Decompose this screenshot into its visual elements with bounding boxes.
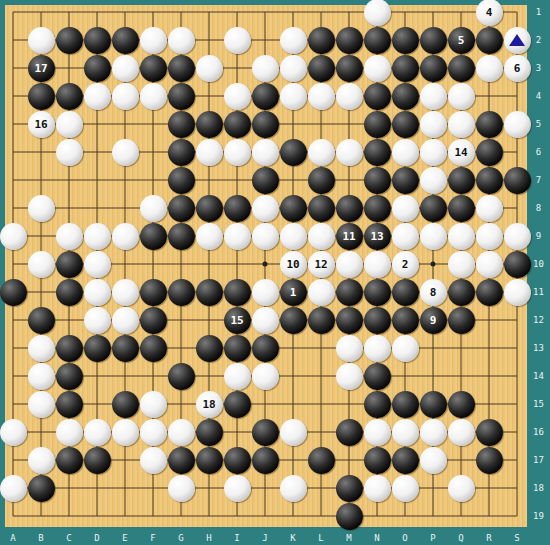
stone-K3 [280, 55, 307, 82]
move-number-label: 17 [34, 63, 47, 74]
row-label-7: 7 [528, 175, 549, 185]
column-label-I: I [227, 533, 247, 543]
stone-I13 [224, 335, 251, 362]
stone-N16 [364, 419, 391, 446]
column-label-C: C [59, 533, 79, 543]
stone-I18 [224, 475, 251, 502]
stone-K4 [280, 83, 307, 110]
stone-C16 [56, 419, 83, 446]
row-label-15: 15 [528, 399, 549, 409]
column-label-J: J [255, 533, 275, 543]
stone-K9 [280, 223, 307, 250]
column-label-N: N [367, 533, 387, 543]
row-label-2: 2 [528, 35, 549, 45]
stone-N14 [364, 363, 391, 390]
stone-F4 [140, 83, 167, 110]
stone-C6 [56, 139, 83, 166]
stone-F17 [140, 447, 167, 474]
stone-O2 [392, 27, 419, 54]
column-label-E: E [115, 533, 135, 543]
stone-B18 [28, 475, 55, 502]
row-label-9: 9 [528, 231, 549, 241]
stone-C2 [56, 27, 83, 54]
stone-F13 [140, 335, 167, 362]
move-number-label: 9 [430, 315, 437, 326]
stone-E13 [112, 335, 139, 362]
stone-N1 [364, 0, 391, 26]
stone-I6 [224, 139, 251, 166]
stone-M19 [336, 503, 363, 530]
column-label-H: H [199, 533, 219, 543]
stone-F3 [140, 55, 167, 82]
stone-O3 [392, 55, 419, 82]
stone-L6 [308, 139, 335, 166]
stone-G6 [168, 139, 195, 166]
stone-B5: 16 [28, 111, 55, 138]
stone-Q3 [448, 55, 475, 82]
stone-B4 [28, 83, 55, 110]
stone-N6 [364, 139, 391, 166]
stone-O6 [392, 139, 419, 166]
move-number-label: 13 [370, 231, 383, 242]
stone-O8 [392, 195, 419, 222]
stone-Q6: 14 [448, 139, 475, 166]
stone-H3 [196, 55, 223, 82]
stone-N17 [364, 447, 391, 474]
stone-G9 [168, 223, 195, 250]
stone-F2 [140, 27, 167, 54]
stone-G4 [168, 83, 195, 110]
column-label-R: R [479, 533, 499, 543]
row-label-12: 12 [528, 315, 549, 325]
stone-R7 [476, 167, 503, 194]
stone-M16 [336, 419, 363, 446]
stone-P12: 9 [420, 307, 447, 334]
stone-I15 [224, 391, 251, 418]
stone-H15: 18 [196, 391, 223, 418]
column-label-F: F [143, 533, 163, 543]
stone-O9 [392, 223, 419, 250]
stone-G8 [168, 195, 195, 222]
stone-A18 [0, 475, 27, 502]
move-number-label: 2 [402, 259, 409, 270]
move-number-label: 18 [202, 399, 215, 410]
move-number-label: 8 [430, 287, 437, 298]
stone-L12 [308, 307, 335, 334]
stone-R17 [476, 447, 503, 474]
stone-I8 [224, 195, 251, 222]
stone-D13 [84, 335, 111, 362]
stone-B3: 17 [28, 55, 55, 82]
stone-Q4 [448, 83, 475, 110]
stone-E2 [112, 27, 139, 54]
stone-R6 [476, 139, 503, 166]
stone-P15 [420, 391, 447, 418]
stone-M18 [336, 475, 363, 502]
stone-O5 [392, 111, 419, 138]
stone-C10 [56, 251, 83, 278]
stone-J11 [252, 279, 279, 306]
stone-R2 [476, 27, 503, 54]
column-label-Q: Q [451, 533, 471, 543]
stone-A9 [0, 223, 27, 250]
stone-L7 [308, 167, 335, 194]
stone-J12 [252, 307, 279, 334]
column-label-G: G [171, 533, 191, 543]
stone-F12 [140, 307, 167, 334]
stone-B2 [28, 27, 55, 54]
stone-G11 [168, 279, 195, 306]
move-number-label: 16 [34, 119, 47, 130]
stone-M13 [336, 335, 363, 362]
stone-O18 [392, 475, 419, 502]
stone-N8 [364, 195, 391, 222]
stone-O15 [392, 391, 419, 418]
go-board[interactable]: 4517616141113101221815918 [5, 5, 527, 527]
stone-M11 [336, 279, 363, 306]
stone-N3 [364, 55, 391, 82]
stone-J3 [252, 55, 279, 82]
stone-Q2: 5 [448, 27, 475, 54]
stone-Q5 [448, 111, 475, 138]
row-label-19: 19 [528, 511, 549, 521]
stone-L8 [308, 195, 335, 222]
stone-R16 [476, 419, 503, 446]
stone-D4 [84, 83, 111, 110]
row-label-13: 13 [528, 343, 549, 353]
stone-P11: 8 [420, 279, 447, 306]
stone-B13 [28, 335, 55, 362]
stone-L9 [308, 223, 335, 250]
row-label-14: 14 [528, 371, 549, 381]
stone-Q9 [448, 223, 475, 250]
stone-G16 [168, 419, 195, 446]
stone-G2 [168, 27, 195, 54]
stone-Q15 [448, 391, 475, 418]
stone-D11 [84, 279, 111, 306]
stone-D12 [84, 307, 111, 334]
stone-M10 [336, 251, 363, 278]
stone-B17 [28, 447, 55, 474]
stone-Q7 [448, 167, 475, 194]
stone-M2 [336, 27, 363, 54]
stone-G7 [168, 167, 195, 194]
stone-J13 [252, 335, 279, 362]
row-label-6: 6 [528, 147, 549, 157]
stone-N10 [364, 251, 391, 278]
stone-Q18 [448, 475, 475, 502]
stone-L2 [308, 27, 335, 54]
stone-L3 [308, 55, 335, 82]
stone-A11 [0, 279, 27, 306]
stone-M9: 11 [336, 223, 363, 250]
stone-Q16 [448, 419, 475, 446]
stone-K6 [280, 139, 307, 166]
stone-F16 [140, 419, 167, 446]
stone-S10 [504, 251, 531, 278]
stone-P3 [420, 55, 447, 82]
stone-Q12 [448, 307, 475, 334]
stone-P5 [420, 111, 447, 138]
stone-O17 [392, 447, 419, 474]
stone-H13 [196, 335, 223, 362]
column-label-B: B [31, 533, 51, 543]
stone-N12 [364, 307, 391, 334]
stone-D3 [84, 55, 111, 82]
stone-I9 [224, 223, 251, 250]
stone-E11 [112, 279, 139, 306]
row-label-16: 16 [528, 427, 549, 437]
stone-N7 [364, 167, 391, 194]
stone-Q11 [448, 279, 475, 306]
stone-M3 [336, 55, 363, 82]
stone-M8 [336, 195, 363, 222]
stone-M6 [336, 139, 363, 166]
stone-K10: 10 [280, 251, 307, 278]
row-label-5: 5 [528, 119, 549, 129]
stone-G18 [168, 475, 195, 502]
stone-P9 [420, 223, 447, 250]
stone-P6 [420, 139, 447, 166]
stone-G5 [168, 111, 195, 138]
stone-I12: 15 [224, 307, 251, 334]
stone-I17 [224, 447, 251, 474]
stone-C9 [56, 223, 83, 250]
stone-O11 [392, 279, 419, 306]
move-number-label: 6 [514, 63, 521, 74]
stone-K2 [280, 27, 307, 54]
row-label-10: 10 [528, 259, 549, 269]
stone-S5 [504, 111, 531, 138]
row-label-11: 11 [528, 287, 549, 297]
column-label-A: A [3, 533, 23, 543]
stone-M14 [336, 363, 363, 390]
stone-O16 [392, 419, 419, 446]
row-label-3: 3 [528, 63, 549, 73]
move-number-label: 15 [230, 315, 243, 326]
stone-J4 [252, 83, 279, 110]
stone-N15 [364, 391, 391, 418]
stone-R9 [476, 223, 503, 250]
column-label-P: P [423, 533, 443, 543]
column-label-S: S [507, 533, 527, 543]
stone-S2 [504, 27, 531, 54]
stone-O4 [392, 83, 419, 110]
stone-I11 [224, 279, 251, 306]
stone-K8 [280, 195, 307, 222]
stone-P17 [420, 447, 447, 474]
stone-F15 [140, 391, 167, 418]
stone-I14 [224, 363, 251, 390]
stone-D2 [84, 27, 111, 54]
stone-F8 [140, 195, 167, 222]
stone-R5 [476, 111, 503, 138]
stone-H8 [196, 195, 223, 222]
stone-D17 [84, 447, 111, 474]
row-label-17: 17 [528, 455, 549, 465]
column-label-M: M [339, 533, 359, 543]
stone-H6 [196, 139, 223, 166]
stone-E16 [112, 419, 139, 446]
stone-J9 [252, 223, 279, 250]
stone-R1: 4 [476, 0, 503, 26]
stone-M12 [336, 307, 363, 334]
stone-J7 [252, 167, 279, 194]
stone-S11 [504, 279, 531, 306]
stone-N5 [364, 111, 391, 138]
column-label-L: L [311, 533, 331, 543]
stone-D9 [84, 223, 111, 250]
stone-R8 [476, 195, 503, 222]
go-app-window: 4517616141113101221815918 ABCDEFGHIJKLMN… [0, 0, 550, 545]
stone-J14 [252, 363, 279, 390]
stone-K18 [280, 475, 307, 502]
stone-F9 [140, 223, 167, 250]
stone-J16 [252, 419, 279, 446]
stone-P16 [420, 419, 447, 446]
stone-L11 [308, 279, 335, 306]
stone-Q8 [448, 195, 475, 222]
move-number-label: 4 [486, 7, 493, 18]
stone-N13 [364, 335, 391, 362]
stone-O13 [392, 335, 419, 362]
stone-C11 [56, 279, 83, 306]
stone-E6 [112, 139, 139, 166]
stone-S7 [504, 167, 531, 194]
stone-D10 [84, 251, 111, 278]
stone-G3 [168, 55, 195, 82]
stone-I2 [224, 27, 251, 54]
stone-B12 [28, 307, 55, 334]
column-label-O: O [395, 533, 415, 543]
stone-O7 [392, 167, 419, 194]
stone-L17 [308, 447, 335, 474]
move-number-label: 14 [454, 147, 467, 158]
row-label-1: 1 [528, 7, 549, 17]
stone-H16 [196, 419, 223, 446]
stone-J8 [252, 195, 279, 222]
stone-R3 [476, 55, 503, 82]
stone-N4 [364, 83, 391, 110]
stone-R10 [476, 251, 503, 278]
stone-A16 [0, 419, 27, 446]
stone-C13 [56, 335, 83, 362]
stone-N2 [364, 27, 391, 54]
move-number-label: 1 [290, 287, 297, 298]
stone-C5 [56, 111, 83, 138]
stone-P8 [420, 195, 447, 222]
stone-E12 [112, 307, 139, 334]
stone-E3 [112, 55, 139, 82]
stone-P2 [420, 27, 447, 54]
stone-H17 [196, 447, 223, 474]
stone-O12 [392, 307, 419, 334]
row-label-8: 8 [528, 203, 549, 213]
stone-G17 [168, 447, 195, 474]
column-label-K: K [283, 533, 303, 543]
stone-L10: 12 [308, 251, 335, 278]
stone-B10 [28, 251, 55, 278]
stone-J6 [252, 139, 279, 166]
triangle-marker-icon [509, 34, 525, 46]
row-label-4: 4 [528, 91, 549, 101]
stone-L4 [308, 83, 335, 110]
stone-C17 [56, 447, 83, 474]
stone-B15 [28, 391, 55, 418]
stone-K16 [280, 419, 307, 446]
stone-G14 [168, 363, 195, 390]
stone-I5 [224, 111, 251, 138]
stone-Q10 [448, 251, 475, 278]
stone-N18 [364, 475, 391, 502]
stone-H11 [196, 279, 223, 306]
stone-P7 [420, 167, 447, 194]
row-label-18: 18 [528, 483, 549, 493]
stone-N11 [364, 279, 391, 306]
move-number-label: 5 [458, 35, 465, 46]
move-number-label: 11 [342, 231, 355, 242]
stone-S3: 6 [504, 55, 531, 82]
move-number-label: 12 [314, 259, 327, 270]
stone-O10: 2 [392, 251, 419, 278]
stone-K12 [280, 307, 307, 334]
stone-I4 [224, 83, 251, 110]
column-label-D: D [87, 533, 107, 543]
stone-C14 [56, 363, 83, 390]
stone-K11: 1 [280, 279, 307, 306]
stone-B8 [28, 195, 55, 222]
stone-N9: 13 [364, 223, 391, 250]
stone-E15 [112, 391, 139, 418]
stone-H5 [196, 111, 223, 138]
stone-M4 [336, 83, 363, 110]
stone-J17 [252, 447, 279, 474]
stone-E9 [112, 223, 139, 250]
stone-R11 [476, 279, 503, 306]
move-number-label: 10 [286, 259, 299, 270]
stone-E4 [112, 83, 139, 110]
stone-C15 [56, 391, 83, 418]
stone-H9 [196, 223, 223, 250]
stone-P4 [420, 83, 447, 110]
stone-D16 [84, 419, 111, 446]
stone-C4 [56, 83, 83, 110]
stone-F11 [140, 279, 167, 306]
stone-J5 [252, 111, 279, 138]
stone-S9 [504, 223, 531, 250]
stone-B14 [28, 363, 55, 390]
